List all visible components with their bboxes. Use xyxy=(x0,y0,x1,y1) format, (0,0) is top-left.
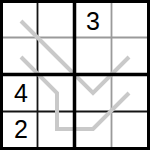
cell-r4c4[interactable] xyxy=(111,111,147,147)
cell-r3c4[interactable] xyxy=(111,75,147,111)
cell-r2c3[interactable] xyxy=(75,39,111,75)
cell-r3c1[interactable]: 4 xyxy=(3,75,39,111)
cell-r2c2[interactable] xyxy=(39,39,75,75)
cell-r2c1[interactable] xyxy=(3,39,39,75)
puzzle-board: 3 4 2 xyxy=(0,0,150,150)
cell-r3c2[interactable] xyxy=(39,75,75,111)
cell-r1c2[interactable] xyxy=(39,3,75,39)
cell-r1c4[interactable] xyxy=(111,3,147,39)
cell-r3c3[interactable] xyxy=(75,75,111,111)
cell-r1c3[interactable]: 3 xyxy=(75,3,111,39)
cell-r4c1[interactable]: 2 xyxy=(3,111,39,147)
cell-r1c1[interactable] xyxy=(3,3,39,39)
cell-r4c3[interactable] xyxy=(75,111,111,147)
cell-r4c2[interactable] xyxy=(39,111,75,147)
cell-grid: 3 4 2 xyxy=(0,0,150,150)
cell-r2c4[interactable] xyxy=(111,39,147,75)
